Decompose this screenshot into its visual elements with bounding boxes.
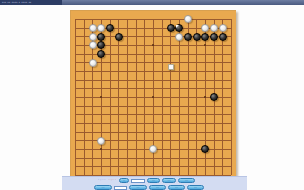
stone-black[interactable] [193,33,201,41]
toolbar-button[interactable]: ··· [187,185,204,190]
go-board[interactable] [70,10,236,176]
grid-line-horizontal [75,132,231,133]
stone-black[interactable] [97,50,105,58]
stone-white[interactable] [201,24,209,32]
stone-black[interactable] [210,93,218,101]
toolbar-button[interactable]: ··· [178,178,195,183]
stone-black[interactable] [97,41,105,49]
stone-black[interactable] [167,24,175,32]
stone-white[interactable] [89,24,97,32]
toolbar-button-label: ··· [102,186,105,190]
grid-line-vertical [170,19,171,175]
toolbar-button-label: ··· [175,186,178,190]
grid-line-vertical [179,19,180,175]
stone-white[interactable] [175,33,183,41]
stone-black[interactable] [219,33,227,41]
stone-white[interactable] [184,15,192,23]
stone-white[interactable] [89,33,97,41]
stone-black[interactable] [106,24,114,32]
toolbar-button-label: ··· [185,179,188,183]
toolbar-input[interactable] [131,179,145,183]
grid-line-horizontal [75,166,231,167]
stone-white[interactable] [210,24,218,32]
stone-white[interactable] [97,24,105,32]
grid-line-horizontal [75,114,231,115]
grid-line-vertical [188,19,189,175]
stone-black[interactable] [210,33,218,41]
toolbar-input[interactable] [114,186,127,190]
hover-square-marker [168,64,174,70]
toolbar-button[interactable]: ··· [94,185,112,190]
stone-white[interactable] [89,41,97,49]
stone-white[interactable] [149,145,157,153]
grid-line-horizontal [75,123,231,124]
toolbar-button[interactable]: ·· [119,178,129,183]
grid-line-vertical [231,19,232,175]
toolbar-button[interactable]: ··· [129,185,147,190]
stone-black[interactable] [184,33,192,41]
grid-line-vertical [162,19,163,175]
grid-line-horizontal [75,106,231,107]
toolbar-button-label: ··· [137,186,140,190]
status-text: ·:·· [98,178,106,183]
toolbar-button-label: ·· [123,179,125,183]
stone-white[interactable] [89,59,97,67]
toolbar-button[interactable]: ··· [149,185,166,190]
toolbar-button[interactable]: ··· [162,178,176,183]
grid-line-vertical [222,19,223,175]
stone-black[interactable] [201,145,209,153]
stone-black[interactable] [97,33,105,41]
grid-line-horizontal [75,158,231,159]
stone-black[interactable] [201,33,209,41]
toolbar-button[interactable]: ··· [147,178,160,183]
grid-line-vertical [196,19,197,175]
toolbar-button-label: ··· [156,186,159,190]
toolbar-button-label: ··· [194,186,197,190]
toolbar-button[interactable]: ··· [168,185,185,190]
toolbar-button-label: ··· [167,179,170,183]
stone-black[interactable] [115,33,123,41]
toolbar-row-1: ·:···:············· [62,177,247,184]
title-text: ▪▪▪ ▪▪ ▪▪▪▪ ▪ ▪▪▪▪ ▪▪ [2,0,32,5]
stone-white[interactable] [97,137,105,145]
title-bar: ▪▪▪ ▪▪ ▪▪▪▪ ▪ ▪▪▪▪ ▪▪ [0,0,304,5]
bottom-toolbar: ·:···:············· ··············· [62,176,247,190]
stone-white[interactable] [219,24,227,32]
status-text: ·:·· [108,178,116,183]
last-move-marker [176,25,179,28]
toolbar-button-label: ··· [152,179,155,183]
toolbar-row-2: ··············· [62,184,247,190]
